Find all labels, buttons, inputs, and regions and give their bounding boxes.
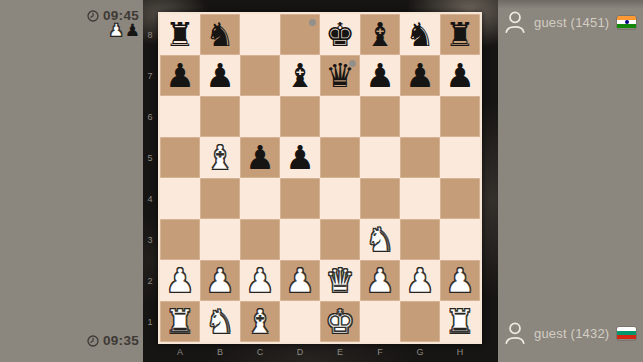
person-icon [504, 321, 526, 345]
square-b6[interactable] [200, 96, 240, 137]
square-b5[interactable]: ♝ [200, 137, 240, 178]
square-e1[interactable]: ♚ [320, 301, 360, 342]
ashoka-chakra [625, 20, 629, 24]
square-c5[interactable]: ♟ [240, 137, 280, 178]
bottom-player[interactable]: guest (1432) [504, 321, 636, 345]
board-frame: ♜♞♚♝♞♜♟♟♝♛♟♟♟♝♟♟♞♟♟♟♟♛♟♟♟♜♞♝♚♜ [158, 12, 482, 344]
game-screen: 09:45 ♟♟ 09:35 guest (1451) guest ( [0, 0, 643, 362]
chess-board: ♜♞♚♝♞♜♟♟♝♛♟♟♟♝♟♟♞♟♟♟♟♛♟♟♟♜♞♝♚♜ [160, 14, 480, 342]
square-h4[interactable] [440, 178, 480, 219]
square-g2[interactable]: ♟ [400, 260, 440, 301]
rank-label-8: 8 [143, 14, 157, 55]
black-rook[interactable]: ♜ [165, 14, 195, 55]
square-h1[interactable]: ♜ [440, 301, 480, 342]
square-d4[interactable] [280, 178, 320, 219]
square-a2[interactable]: ♟ [160, 260, 200, 301]
square-b4[interactable] [200, 178, 240, 219]
clock-icon [87, 10, 99, 22]
white-king[interactable]: ♚ [325, 301, 355, 342]
square-h6[interactable] [440, 96, 480, 137]
captured-white-pawn: ♟ [109, 21, 124, 39]
square-f1[interactable] [360, 301, 400, 342]
left-panel: 09:45 ♟♟ 09:35 [0, 0, 143, 362]
square-a5[interactable] [160, 137, 200, 178]
square-g3[interactable] [400, 219, 440, 260]
captured-black-pawn: ♟ [125, 21, 140, 39]
bottom-player-name: guest (1432) [534, 326, 609, 341]
square-d7[interactable]: ♝ [280, 55, 320, 96]
square-b7[interactable]: ♟ [200, 55, 240, 96]
square-f8[interactable]: ♝ [360, 14, 400, 55]
black-pawn[interactable]: ♟ [365, 55, 395, 96]
white-bishop[interactable]: ♝ [245, 301, 275, 342]
file-label-b: B [200, 344, 240, 360]
square-b1[interactable]: ♞ [200, 301, 240, 342]
rank-label-3: 3 [143, 219, 157, 260]
rank-label-7: 7 [143, 55, 157, 96]
last-move-dot [309, 19, 316, 26]
square-c2[interactable]: ♟ [240, 260, 280, 301]
square-h7[interactable]: ♟ [440, 55, 480, 96]
square-g6[interactable] [400, 96, 440, 137]
square-a6[interactable] [160, 96, 200, 137]
white-pawn[interactable]: ♟ [445, 260, 475, 301]
white-pawn[interactable]: ♟ [205, 260, 235, 301]
person-icon [504, 10, 526, 34]
square-a7[interactable]: ♟ [160, 55, 200, 96]
bottom-player-clock: 09:35 [87, 333, 139, 348]
square-e8[interactable]: ♚ [320, 14, 360, 55]
square-a4[interactable] [160, 178, 200, 219]
white-queen[interactable]: ♛ [325, 260, 355, 301]
square-f5[interactable] [360, 137, 400, 178]
white-pawn[interactable]: ♟ [405, 260, 435, 301]
white-pawn[interactable]: ♟ [245, 260, 275, 301]
white-pawn[interactable]: ♟ [285, 260, 315, 301]
black-pawn[interactable]: ♟ [165, 55, 195, 96]
black-bishop[interactable]: ♝ [365, 14, 395, 55]
black-knight[interactable]: ♞ [205, 14, 235, 55]
black-pawn[interactable]: ♟ [285, 137, 315, 178]
square-e4[interactable] [320, 178, 360, 219]
square-e5[interactable] [320, 137, 360, 178]
top-player[interactable]: guest (1451) [504, 10, 636, 34]
square-d6[interactable] [280, 96, 320, 137]
square-d2[interactable]: ♟ [280, 260, 320, 301]
square-d5[interactable]: ♟ [280, 137, 320, 178]
rank-label-2: 2 [143, 260, 157, 301]
flag-stripe [617, 24, 636, 28]
square-b3[interactable] [200, 219, 240, 260]
square-g4[interactable] [400, 178, 440, 219]
square-c1[interactable]: ♝ [240, 301, 280, 342]
file-label-e: E [320, 344, 360, 360]
file-label-h: H [440, 344, 480, 360]
square-a1[interactable]: ♜ [160, 301, 200, 342]
clock-icon [87, 335, 99, 347]
square-f3[interactable]: ♞ [360, 219, 400, 260]
flag-stripe [617, 335, 636, 339]
black-pawn[interactable]: ♟ [405, 55, 435, 96]
square-h2[interactable]: ♟ [440, 260, 480, 301]
rank-label-5: 5 [143, 137, 157, 178]
bulgaria-flag-icon [617, 327, 636, 340]
square-a8[interactable]: ♜ [160, 14, 200, 55]
captured-pieces-tray: ♟♟ [109, 21, 141, 39]
white-pawn[interactable]: ♟ [365, 260, 395, 301]
rank-labels: 87654321 [143, 14, 157, 342]
square-e2[interactable]: ♛ [320, 260, 360, 301]
last-move-dot [349, 60, 356, 67]
white-pawn[interactable]: ♟ [165, 260, 195, 301]
black-rook[interactable]: ♜ [445, 14, 475, 55]
file-label-a: A [160, 344, 200, 360]
square-d8[interactable] [280, 14, 320, 55]
white-knight[interactable]: ♞ [205, 301, 235, 342]
square-d1[interactable] [280, 301, 320, 342]
square-g7[interactable]: ♟ [400, 55, 440, 96]
white-knight[interactable]: ♞ [365, 219, 395, 260]
square-b8[interactable]: ♞ [200, 14, 240, 55]
square-e3[interactable] [320, 219, 360, 260]
file-label-g: G [400, 344, 440, 360]
rank-label-6: 6 [143, 96, 157, 137]
square-c3[interactable] [240, 219, 280, 260]
square-g1[interactable] [400, 301, 440, 342]
white-rook[interactable]: ♜ [445, 301, 475, 342]
square-g5[interactable] [400, 137, 440, 178]
square-f6[interactable] [360, 96, 400, 137]
right-panel: guest (1451) guest (1432) [498, 0, 643, 362]
black-pawn[interactable]: ♟ [245, 137, 275, 178]
file-labels: ABCDEFGH [160, 344, 480, 360]
square-f2[interactable]: ♟ [360, 260, 400, 301]
square-c6[interactable] [240, 96, 280, 137]
square-c4[interactable] [240, 178, 280, 219]
rank-label-4: 4 [143, 178, 157, 219]
black-bishop[interactable]: ♝ [285, 55, 315, 96]
square-e6[interactable] [320, 96, 360, 137]
bottom-clock-time: 09:35 [103, 333, 139, 348]
black-pawn[interactable]: ♟ [205, 55, 235, 96]
top-player-name: guest (1451) [534, 15, 609, 30]
india-flag-icon [617, 16, 636, 29]
file-label-c: C [240, 344, 280, 360]
file-label-f: F [360, 344, 400, 360]
square-c7[interactable] [240, 55, 280, 96]
square-f4[interactable] [360, 178, 400, 219]
square-h5[interactable] [440, 137, 480, 178]
square-e7[interactable]: ♛ [320, 55, 360, 96]
square-h8[interactable]: ♜ [440, 14, 480, 55]
square-c8[interactable] [240, 14, 280, 55]
square-b2[interactable]: ♟ [200, 260, 240, 301]
black-king[interactable]: ♚ [325, 14, 355, 55]
square-h3[interactable] [440, 219, 480, 260]
black-knight[interactable]: ♞ [405, 14, 435, 55]
square-a3[interactable] [160, 219, 200, 260]
black-pawn[interactable]: ♟ [445, 55, 475, 96]
square-g8[interactable]: ♞ [400, 14, 440, 55]
white-rook[interactable]: ♜ [165, 301, 195, 342]
white-bishop[interactable]: ♝ [205, 137, 235, 178]
square-f7[interactable]: ♟ [360, 55, 400, 96]
square-d3[interactable] [280, 219, 320, 260]
file-label-d: D [280, 344, 320, 360]
rank-label-1: 1 [143, 301, 157, 342]
